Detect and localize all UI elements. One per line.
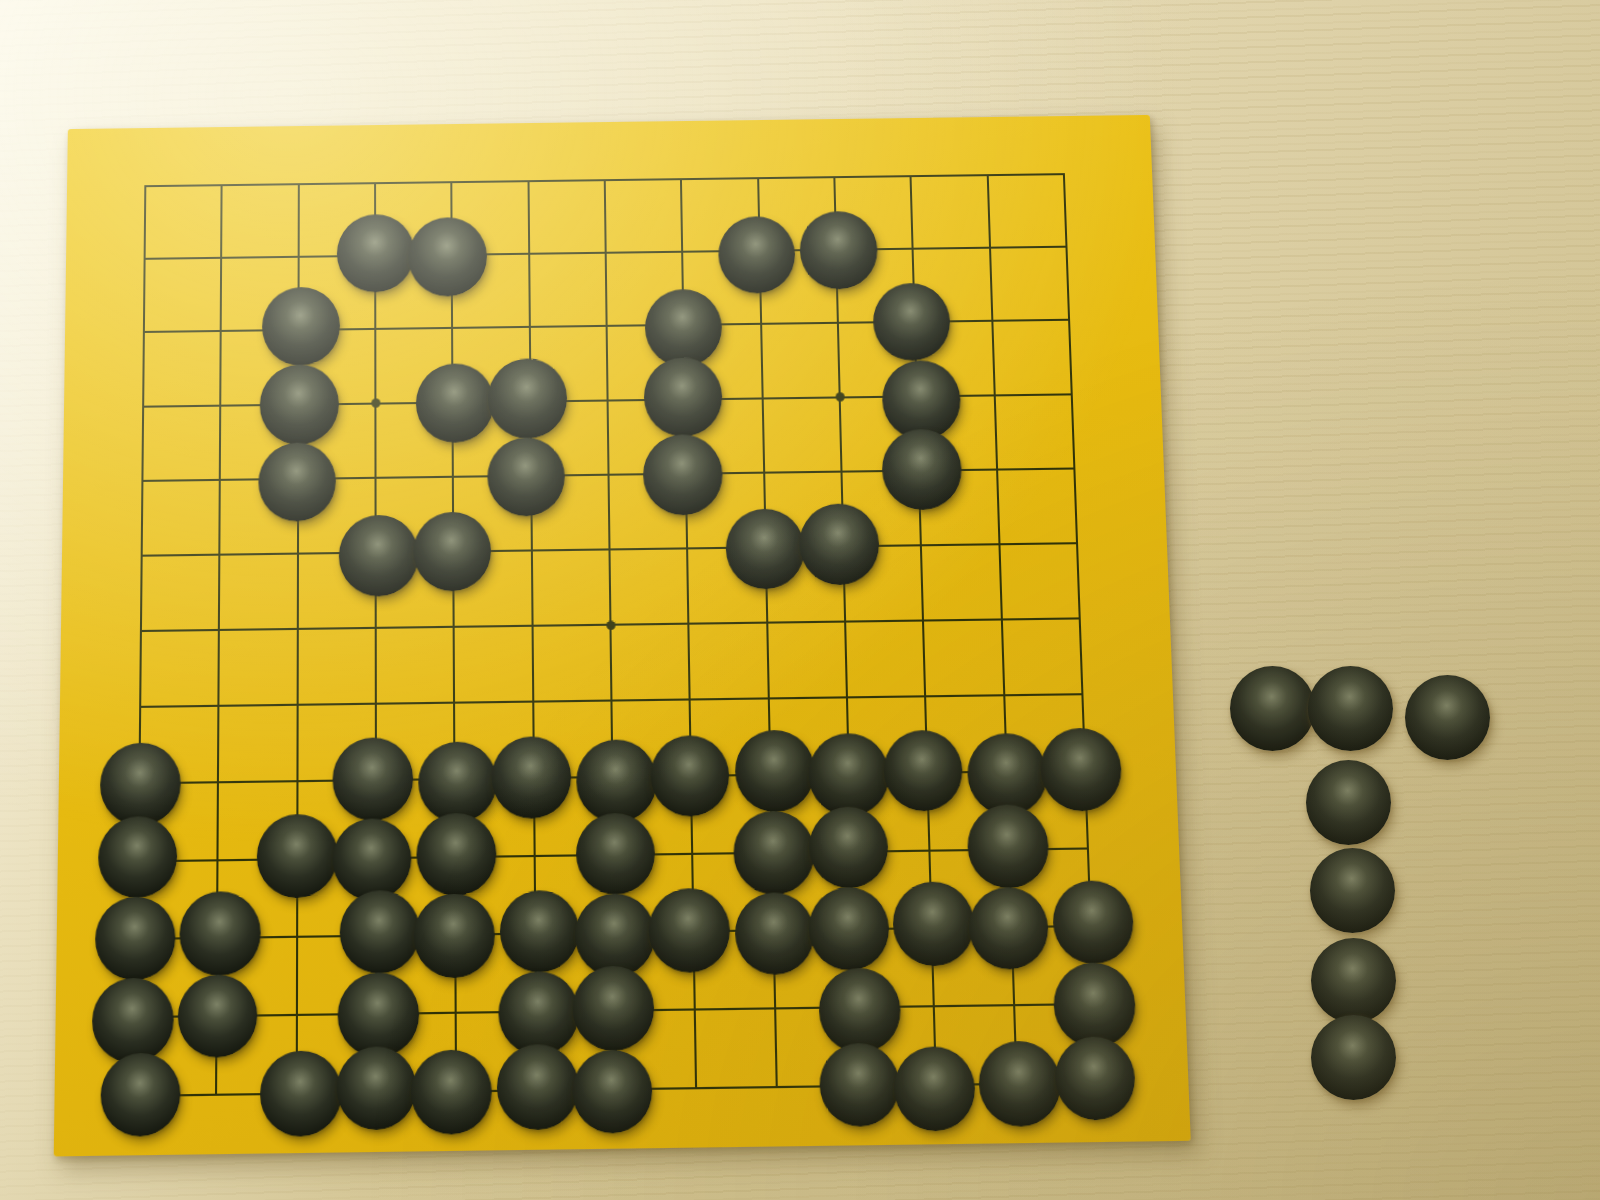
black-stone [966,804,1049,889]
hoshi-point [606,620,615,630]
black-stone [256,813,337,898]
black-stone [336,214,414,293]
black-stone [650,735,730,817]
black-stone [642,434,723,516]
black-stone [332,818,411,901]
offboard-black-stone [1311,938,1396,1023]
black-stone [818,968,901,1054]
black-stone [339,515,419,597]
black-stone [337,972,419,1058]
black-stone [892,881,975,966]
black-stone [718,216,796,294]
offboard-black-stone [1306,760,1391,845]
black-stone [1052,962,1136,1048]
black-stone [418,741,497,823]
offboard-black-stone [1405,675,1490,760]
black-stone [733,810,816,895]
black-stone [808,887,890,971]
black-stone [574,893,655,977]
black-stone [262,287,340,367]
black-stone [408,217,487,297]
black-stone [881,429,963,511]
black-stone [643,357,722,437]
black-stone [966,732,1048,815]
go-board [54,115,1191,1156]
black-stone [487,437,565,517]
black-stone [893,1046,976,1132]
black-stone [808,806,889,889]
black-stone [725,509,805,590]
black-stone [968,886,1050,969]
black-stone [100,1053,180,1138]
black-stone [648,888,731,973]
black-stone [734,892,815,975]
offboard-black-stone [1311,1015,1396,1100]
black-stone [98,816,178,899]
black-stone [883,729,964,811]
offboard-black-stone [1230,666,1315,751]
black-stone [808,733,891,817]
black-stone [337,1046,417,1130]
black-stone [798,503,880,585]
black-stone [411,1050,492,1136]
black-stone [645,289,723,367]
black-stone [178,974,258,1058]
board-grid [135,173,1097,1097]
black-stone [260,1050,342,1137]
black-stone [1040,727,1123,811]
black-stone [333,737,414,821]
black-stone [799,210,878,289]
black-stone [500,890,580,973]
black-stone [575,812,655,895]
black-stone [498,971,579,1056]
black-stone [179,891,261,976]
black-stone [1054,1037,1137,1121]
black-stone [882,360,962,440]
black-stone [416,813,496,897]
offboard-black-stone [1308,666,1393,751]
black-stone [91,978,173,1064]
black-stone [575,739,657,823]
black-stone [734,730,815,813]
black-stone [340,890,420,974]
black-stone [414,894,496,979]
hoshi-point [835,392,844,401]
black-stone [492,736,572,819]
black-stone [818,1043,900,1127]
black-stone [496,1044,579,1131]
hoshi-point [371,398,380,407]
offboard-black-stone [1310,848,1395,933]
black-stone [572,966,655,1052]
black-stone [1052,881,1135,965]
black-stone [413,511,491,591]
black-stone [488,358,568,439]
black-stone [572,1049,653,1133]
black-stone [100,743,181,827]
black-stone [259,364,338,445]
table-surface [0,0,1600,1200]
black-stone [978,1041,1062,1128]
black-stone [95,897,176,981]
black-stone [415,363,493,443]
black-stone [258,442,336,522]
black-stone [872,283,951,361]
